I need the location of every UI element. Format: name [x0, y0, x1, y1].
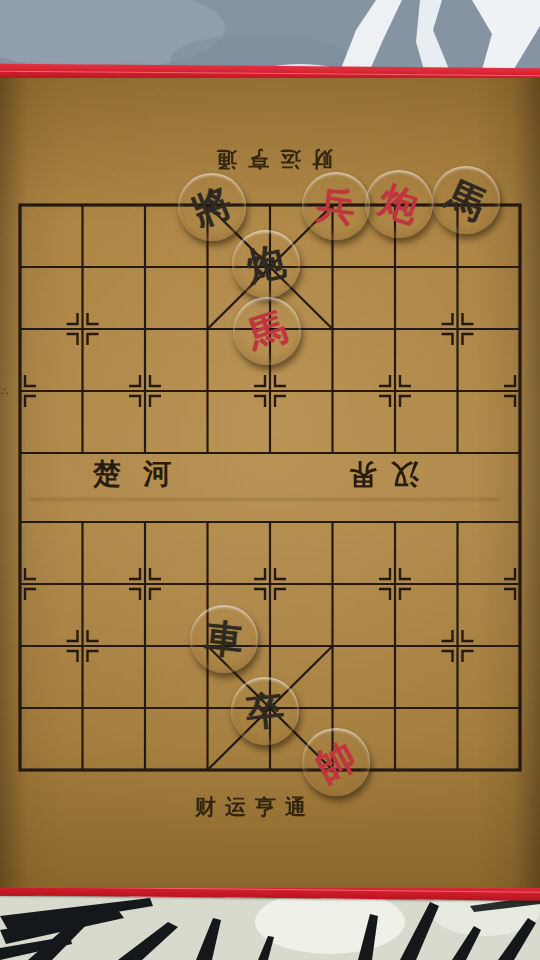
piece-glyph-red-soldier: 兵: [314, 185, 357, 228]
piece-red-general[interactable]: 帥: [302, 728, 370, 796]
photo-scene: 楚河 汉界 财运亨通 财运亨通 ∴ 將兵炮馬炮馬車卒帥: [0, 0, 540, 960]
piece-red-soldier[interactable]: 兵: [302, 172, 370, 240]
banner-top: 财运亨通: [205, 145, 333, 173]
piece-black-chariot[interactable]: 車: [190, 605, 258, 673]
piece-red-cannon[interactable]: 炮: [365, 170, 433, 238]
piece-glyph-black-general: 將: [187, 182, 236, 231]
piece-glyph-red-cannon: 炮: [375, 180, 423, 228]
piece-glyph-black-cannon: 炮: [243, 241, 288, 286]
piece-glyph-red-horse: 馬: [243, 307, 291, 355]
piece-glyph-red-general: 帥: [310, 736, 361, 787]
piece-glyph-black-horse: 馬: [440, 175, 490, 225]
piece-black-cannon[interactable]: 炮: [232, 230, 300, 298]
piece-glyph-black-soldier: 卒: [244, 690, 286, 732]
piece-glyph-black-chariot: 車: [203, 618, 245, 660]
piece-black-horse[interactable]: 馬: [432, 166, 500, 234]
piece-red-horse[interactable]: 馬: [233, 297, 301, 365]
backdrop-bottom-fabric: [0, 896, 540, 960]
piece-black-soldier[interactable]: 卒: [231, 677, 299, 745]
piece-black-general[interactable]: 將: [178, 173, 246, 241]
piece-grid: 將兵炮馬炮馬車卒帥: [0, 174, 540, 801]
xiangqi-board: 楚河 汉界 财运亨通 财运亨通 ∴ 將兵炮馬炮馬車卒帥: [20, 205, 520, 770]
